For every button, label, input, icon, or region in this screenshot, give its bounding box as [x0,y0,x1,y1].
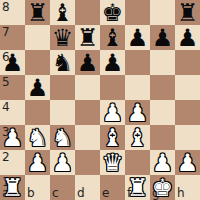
rank-label-8: 8 [2,1,10,13]
square-a8[interactable]: 8 [0,0,25,25]
square-e3[interactable]: ♝ [100,125,125,150]
white-bishop-f3[interactable]: ♝ [125,125,150,150]
square-a3[interactable]: 3♟ [0,125,25,150]
white-pawn-e4[interactable]: ♟ [100,100,125,125]
square-h5[interactable] [175,75,200,100]
square-d8[interactable] [75,0,100,25]
black-rook-h8[interactable]: ♜ [175,0,200,25]
black-pawn-e6[interactable]: ♟ [100,50,125,75]
square-e6[interactable]: ♟ [100,50,125,75]
square-d7[interactable]: ♜ [75,25,100,50]
square-g5[interactable] [150,75,175,100]
white-bishop-e3[interactable]: ♝ [100,125,125,150]
square-b8[interactable]: ♜ [25,0,50,25]
square-f5[interactable] [125,75,150,100]
square-g3[interactable] [150,125,175,150]
square-g1[interactable]: g♚ [150,175,175,200]
square-f8[interactable] [125,0,150,25]
black-pawn-d6[interactable]: ♟ [75,50,100,75]
square-h4[interactable] [175,100,200,125]
square-d5[interactable] [75,75,100,100]
black-pawn-f7[interactable]: ♟ [125,25,150,50]
black-pawn-h7[interactable]: ♟ [175,25,200,50]
square-e1[interactable]: e [100,175,125,200]
square-h1[interactable]: h [175,175,200,200]
square-e8[interactable]: ♚ [100,0,125,25]
white-rook-f1[interactable]: ♜ [125,175,150,200]
black-knight-c6[interactable]: ♞ [50,50,75,75]
square-c4[interactable] [50,100,75,125]
black-queen-c7[interactable]: ♛ [50,25,75,50]
white-pawn-b2[interactable]: ♟ [25,150,50,175]
square-d6[interactable]: ♟ [75,50,100,75]
square-a4[interactable]: 4 [0,100,25,125]
chess-board: 8♜♝♚♜7♛♜♝♟♟♟6♟♞♟♟5♟4♟♟3♟♞♞♝♝2♟♟♛♟♟1a♜bcd… [0,0,200,200]
black-pawn-a6[interactable]: ♟ [0,50,25,75]
square-e5[interactable] [100,75,125,100]
square-g4[interactable] [150,100,175,125]
file-label-b: b [27,187,35,199]
square-g2[interactable]: ♟ [150,150,175,175]
square-c6[interactable]: ♞ [50,50,75,75]
square-h6[interactable] [175,50,200,75]
file-label-c: c [52,187,59,199]
square-b4[interactable] [25,100,50,125]
square-b7[interactable] [25,25,50,50]
square-c3[interactable]: ♞ [50,125,75,150]
rank-label-7: 7 [2,26,10,38]
square-c1[interactable]: c [50,175,75,200]
white-knight-b3[interactable]: ♞ [25,125,50,150]
white-rook-a1[interactable]: ♜ [0,175,25,200]
square-b2[interactable]: ♟ [25,150,50,175]
square-d1[interactable]: d [75,175,100,200]
square-b3[interactable]: ♞ [25,125,50,150]
white-king-g1[interactable]: ♚ [150,175,175,200]
square-e4[interactable]: ♟ [100,100,125,125]
square-f1[interactable]: f♜ [125,175,150,200]
white-pawn-c2[interactable]: ♟ [50,150,75,175]
square-f3[interactable]: ♝ [125,125,150,150]
square-e7[interactable]: ♝ [100,25,125,50]
black-pawn-b5[interactable]: ♟ [25,75,50,100]
square-g8[interactable] [150,0,175,25]
square-g7[interactable]: ♟ [150,25,175,50]
square-d4[interactable] [75,100,100,125]
black-bishop-c8[interactable]: ♝ [50,0,75,25]
square-h2[interactable]: ♟ [175,150,200,175]
square-g6[interactable] [150,50,175,75]
white-pawn-a3[interactable]: ♟ [0,125,25,150]
file-label-d: d [77,187,85,199]
white-queen-e2[interactable]: ♛ [100,150,125,175]
square-a5[interactable]: 5 [0,75,25,100]
square-c5[interactable] [50,75,75,100]
square-f2[interactable] [125,150,150,175]
white-pawn-f4[interactable]: ♟ [125,100,150,125]
square-a1[interactable]: 1a♜ [0,175,25,200]
black-king-e8[interactable]: ♚ [100,0,125,25]
black-pawn-g7[interactable]: ♟ [150,25,175,50]
black-rook-d7[interactable]: ♜ [75,25,100,50]
square-h3[interactable] [175,125,200,150]
square-h7[interactable]: ♟ [175,25,200,50]
square-d2[interactable] [75,150,100,175]
black-rook-b8[interactable]: ♜ [25,0,50,25]
square-f4[interactable]: ♟ [125,100,150,125]
rank-label-4: 4 [2,101,10,113]
rank-label-5: 5 [2,76,10,88]
square-d3[interactable] [75,125,100,150]
white-pawn-g2[interactable]: ♟ [150,150,175,175]
white-knight-c3[interactable]: ♞ [50,125,75,150]
rank-label-2: 2 [2,151,10,163]
square-a6[interactable]: 6♟ [0,50,25,75]
square-c2[interactable]: ♟ [50,150,75,175]
square-a2[interactable]: 2 [0,150,25,175]
square-b6[interactable] [25,50,50,75]
file-label-h: h [177,187,185,199]
square-b1[interactable]: b [25,175,50,200]
square-f7[interactable]: ♟ [125,25,150,50]
square-h8[interactable]: ♜ [175,0,200,25]
black-bishop-e7[interactable]: ♝ [100,25,125,50]
square-a7[interactable]: 7 [0,25,25,50]
square-f6[interactable] [125,50,150,75]
square-c8[interactable]: ♝ [50,0,75,25]
square-c7[interactable]: ♛ [50,25,75,50]
white-pawn-h2[interactable]: ♟ [175,150,200,175]
square-e2[interactable]: ♛ [100,150,125,175]
file-label-e: e [102,187,109,199]
square-b5[interactable]: ♟ [25,75,50,100]
